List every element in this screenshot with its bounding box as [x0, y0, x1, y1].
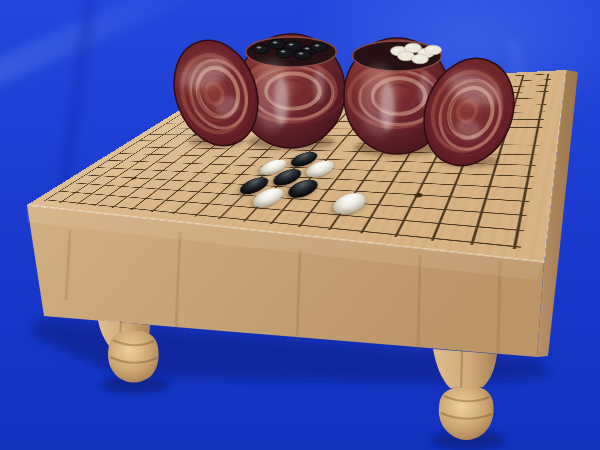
bowls-layer [0, 0, 600, 450]
board-front-edge-highlight [27, 205, 544, 262]
bowl-stone-black [295, 50, 312, 60]
scene [0, 0, 600, 450]
bowl-stone-black [253, 44, 270, 54]
board-right-edge-highlight [544, 70, 566, 262]
bowl-stone-white [425, 45, 442, 55]
bowl-stone-white [412, 54, 429, 64]
bowl-stone-black [277, 48, 294, 58]
bowl-stone-black [269, 39, 286, 49]
bowl-stone-black [311, 42, 328, 52]
